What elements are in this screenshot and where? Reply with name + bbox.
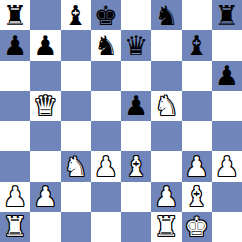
square-h4[interactable] <box>212 121 242 151</box>
square-d7[interactable]: ♞ <box>91 30 121 60</box>
black-bishop[interactable]: ♝ <box>64 2 88 29</box>
black-pawn[interactable]: ♟ <box>3 32 27 59</box>
white-king[interactable]: ♚ <box>185 213 209 240</box>
square-a8[interactable]: ♜ <box>0 0 30 30</box>
square-f7[interactable] <box>151 30 181 60</box>
square-h1[interactable] <box>212 212 242 242</box>
square-c7[interactable] <box>61 30 91 60</box>
square-e5[interactable]: ♟ <box>121 91 151 121</box>
square-c8[interactable]: ♝ <box>61 0 91 30</box>
white-knight[interactable]: ♞ <box>64 153 88 180</box>
white-bishop[interactable]: ♝ <box>124 153 148 180</box>
square-a4[interactable] <box>0 121 30 151</box>
square-d4[interactable] <box>91 121 121 151</box>
white-pawn[interactable]: ♟ <box>3 183 27 210</box>
square-g1[interactable]: ♚ <box>182 212 212 242</box>
square-b3[interactable] <box>30 151 60 181</box>
square-f3[interactable] <box>151 151 181 181</box>
black-king[interactable]: ♚ <box>94 2 118 29</box>
square-b8[interactable] <box>30 0 60 30</box>
square-g7[interactable]: ♝ <box>182 30 212 60</box>
square-e2[interactable] <box>121 182 151 212</box>
square-g2[interactable]: ♝ <box>182 182 212 212</box>
board-wrap: ♜♝♚♞♜♟♟♞♛♝♟♛♟♞♞♟♝♟♟♟♟♟♝♜♜♚ <box>0 0 242 242</box>
square-c1[interactable] <box>61 212 91 242</box>
black-pawn[interactable]: ♟ <box>124 92 148 119</box>
square-b4[interactable] <box>30 121 60 151</box>
square-f6[interactable] <box>151 61 181 91</box>
square-c2[interactable] <box>61 182 91 212</box>
square-b2[interactable]: ♟ <box>30 182 60 212</box>
square-h6[interactable]: ♟ <box>212 61 242 91</box>
white-pawn[interactable]: ♟ <box>154 183 178 210</box>
square-c3[interactable]: ♞ <box>61 151 91 181</box>
square-g3[interactable]: ♟ <box>182 151 212 181</box>
square-a3[interactable] <box>0 151 30 181</box>
square-f2[interactable]: ♟ <box>151 182 181 212</box>
square-d6[interactable] <box>91 61 121 91</box>
square-h2[interactable] <box>212 182 242 212</box>
square-h5[interactable] <box>212 91 242 121</box>
black-pawn[interactable]: ♟ <box>215 62 239 89</box>
square-f8[interactable]: ♞ <box>151 0 181 30</box>
black-queen[interactable]: ♛ <box>124 32 148 59</box>
white-bishop[interactable]: ♝ <box>185 183 209 210</box>
square-a5[interactable] <box>0 91 30 121</box>
square-a2[interactable]: ♟ <box>0 182 30 212</box>
white-rook[interactable]: ♜ <box>154 213 178 240</box>
square-f5[interactable]: ♞ <box>151 91 181 121</box>
white-rook[interactable]: ♜ <box>3 213 27 240</box>
square-e1[interactable] <box>121 212 151 242</box>
square-g4[interactable] <box>182 121 212 151</box>
square-g6[interactable] <box>182 61 212 91</box>
white-pawn[interactable]: ♟ <box>33 183 57 210</box>
square-a7[interactable]: ♟ <box>0 30 30 60</box>
black-rook[interactable]: ♜ <box>3 2 27 29</box>
white-pawn[interactable]: ♟ <box>185 153 209 180</box>
square-d1[interactable] <box>91 212 121 242</box>
square-g8[interactable] <box>182 0 212 30</box>
square-e4[interactable] <box>121 121 151 151</box>
black-knight[interactable]: ♞ <box>94 32 118 59</box>
square-b1[interactable] <box>30 212 60 242</box>
square-b6[interactable] <box>30 61 60 91</box>
square-c4[interactable] <box>61 121 91 151</box>
square-e6[interactable] <box>121 61 151 91</box>
black-pawn[interactable]: ♟ <box>33 32 57 59</box>
square-b5[interactable]: ♛ <box>30 91 60 121</box>
square-d5[interactable] <box>91 91 121 121</box>
square-d3[interactable]: ♟ <box>91 151 121 181</box>
square-e8[interactable] <box>121 0 151 30</box>
square-f1[interactable]: ♜ <box>151 212 181 242</box>
square-e7[interactable]: ♛ <box>121 30 151 60</box>
white-queen[interactable]: ♛ <box>33 92 57 119</box>
square-a1[interactable]: ♜ <box>0 212 30 242</box>
square-c6[interactable] <box>61 61 91 91</box>
white-knight[interactable]: ♞ <box>154 92 178 119</box>
black-bishop[interactable]: ♝ <box>185 32 209 59</box>
square-d8[interactable]: ♚ <box>91 0 121 30</box>
square-h3[interactable]: ♟ <box>212 151 242 181</box>
square-h7[interactable] <box>212 30 242 60</box>
white-pawn[interactable]: ♟ <box>94 153 118 180</box>
square-f4[interactable] <box>151 121 181 151</box>
square-c5[interactable] <box>61 91 91 121</box>
square-e3[interactable]: ♝ <box>121 151 151 181</box>
square-a6[interactable] <box>0 61 30 91</box>
square-b7[interactable]: ♟ <box>30 30 60 60</box>
black-knight[interactable]: ♞ <box>154 2 178 29</box>
chess-board: ♜♝♚♞♜♟♟♞♛♝♟♛♟♞♞♟♝♟♟♟♟♟♝♜♜♚ <box>0 0 242 242</box>
white-pawn[interactable]: ♟ <box>215 153 239 180</box>
square-g5[interactable] <box>182 91 212 121</box>
square-d2[interactable] <box>91 182 121 212</box>
black-rook[interactable]: ♜ <box>215 2 239 29</box>
square-h8[interactable]: ♜ <box>212 0 242 30</box>
